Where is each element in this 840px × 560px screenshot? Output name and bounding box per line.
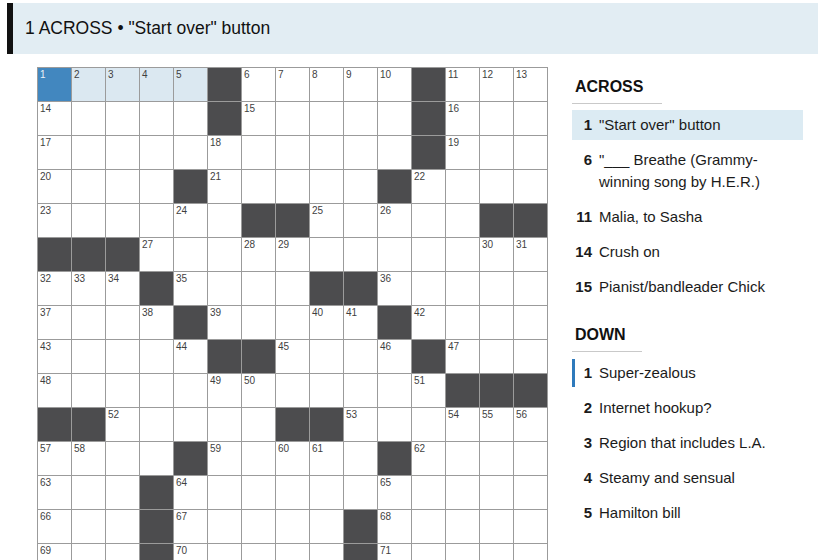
cell-number: 1 (40, 69, 46, 80)
cell-r12c3[interactable] (106, 442, 139, 475)
cell-r11c4[interactable] (140, 408, 173, 441)
cell-r5c9[interactable]: 25 (310, 204, 343, 237)
cell-number: 46 (380, 341, 391, 352)
cell-r4c9[interactable] (310, 170, 343, 203)
cell-r1c6-black (208, 68, 241, 101)
cell-r15c10-black (344, 544, 377, 560)
cell-r2c3[interactable] (106, 102, 139, 135)
cell-r8c3[interactable] (106, 306, 139, 339)
cell-r10c13-black (446, 374, 479, 407)
cell-r5c4[interactable] (140, 204, 173, 237)
cell-number: 25 (312, 205, 323, 216)
cell-r3c1[interactable]: 17 (38, 136, 71, 169)
cell-r13c7[interactable] (242, 476, 275, 509)
cell-r11c13[interactable]: 54 (446, 408, 479, 441)
cell-r15c9[interactable] (310, 544, 343, 560)
cell-r14c6[interactable] (208, 510, 241, 543)
cell-r1c2[interactable]: 2 (72, 68, 105, 101)
cell-r1c8[interactable]: 7 (276, 68, 309, 101)
cell-number: 30 (482, 239, 493, 250)
cell-r13c13[interactable] (446, 476, 479, 509)
cell-r5c6[interactable] (208, 204, 241, 237)
cell-number: 8 (312, 69, 318, 80)
cell-r9c12-black (412, 340, 445, 373)
cell-number: 33 (74, 273, 85, 284)
cell-r9c9[interactable] (310, 340, 343, 373)
cell-number: 18 (210, 137, 221, 148)
cell-r9c13[interactable]: 47 (446, 340, 479, 373)
down-clue-2[interactable]: 2Internet hookup? (572, 393, 803, 423)
cell-r8c5-black (174, 306, 207, 339)
across-clue-11[interactable]: 11Malia, to Sasha (572, 202, 803, 232)
cell-r5c2[interactable] (72, 204, 105, 237)
cell-number: 44 (176, 341, 187, 352)
cell-r13c8[interactable] (276, 476, 309, 509)
down-clue-5[interactable]: 5Hamilton bill (572, 498, 803, 528)
cell-r15c6[interactable] (208, 544, 241, 560)
cell-number: 47 (448, 341, 459, 352)
cell-r15c13[interactable] (446, 544, 479, 560)
cell-r8c15[interactable] (514, 306, 547, 339)
cell-r5c12[interactable] (412, 204, 445, 237)
cell-r3c4[interactable] (140, 136, 173, 169)
cell-number: 14 (40, 103, 51, 114)
cell-r5c14-black (480, 204, 513, 237)
cell-r7c11[interactable]: 36 (378, 272, 411, 305)
cell-r13c5[interactable]: 64 (174, 476, 207, 509)
cell-r14c9[interactable] (310, 510, 343, 543)
cell-r9c8[interactable]: 45 (276, 340, 309, 373)
cell-r2c1[interactable]: 14 (38, 102, 71, 135)
cell-r10c3[interactable] (106, 374, 139, 407)
cell-r1c4[interactable]: 4 (140, 68, 173, 101)
cell-r10c4[interactable] (140, 374, 173, 407)
cell-number: 58 (74, 443, 85, 454)
cell-r12c8[interactable]: 60 (276, 442, 309, 475)
cell-r9c7-black (242, 340, 275, 373)
cell-r13c3[interactable] (106, 476, 139, 509)
cell-r13c15[interactable] (514, 476, 547, 509)
cell-r2c10[interactable] (344, 102, 377, 135)
cell-r13c1[interactable]: 63 (38, 476, 71, 509)
cell-number: 31 (516, 239, 527, 250)
cell-r4c15[interactable] (514, 170, 547, 203)
cell-r7c9-black (310, 272, 343, 305)
cell-r8c8[interactable] (276, 306, 309, 339)
cell-r15c3[interactable] (106, 544, 139, 560)
cell-number: 38 (142, 307, 153, 318)
clue-number: 4 (572, 467, 592, 489)
cell-r3c13[interactable]: 19 (446, 136, 479, 169)
cell-r14c15[interactable] (514, 510, 547, 543)
down-clue-3[interactable]: 3Region that includes L.A. (572, 428, 803, 458)
cell-r14c7[interactable] (242, 510, 275, 543)
cell-r5c3[interactable] (106, 204, 139, 237)
cell-r7c5[interactable]: 35 (174, 272, 207, 305)
cell-r4c14[interactable] (480, 170, 513, 203)
cell-r15c1[interactable]: 69 (38, 544, 71, 560)
cell-r7c15[interactable] (514, 272, 547, 305)
cell-r1c7[interactable]: 6 (242, 68, 275, 101)
cell-number: 39 (210, 307, 221, 318)
cell-r3c8[interactable] (276, 136, 309, 169)
cell-r8c9[interactable]: 40 (310, 306, 343, 339)
cell-number: 12 (482, 69, 493, 80)
cell-number: 64 (176, 477, 187, 488)
across-clue-1[interactable]: 1"Start over" button (572, 110, 803, 140)
cell-r7c3[interactable]: 34 (106, 272, 139, 305)
cell-r15c7[interactable] (242, 544, 275, 560)
cell-number: 49 (210, 375, 221, 386)
cell-number: 35 (176, 273, 187, 284)
cell-r14c12[interactable] (412, 510, 445, 543)
cell-r15c15[interactable] (514, 544, 547, 560)
cell-r6c14[interactable]: 30 (480, 238, 513, 271)
cell-r10c5[interactable] (174, 374, 207, 407)
cell-r3c7[interactable] (242, 136, 275, 169)
cell-r5c1[interactable]: 23 (38, 204, 71, 237)
cell-r7c14[interactable] (480, 272, 513, 305)
cell-r10c11[interactable] (378, 374, 411, 407)
cell-r10c7[interactable]: 50 (242, 374, 275, 407)
cell-r3c12-black (412, 136, 445, 169)
cell-r7c7[interactable] (242, 272, 275, 305)
cell-r6c12[interactable] (412, 238, 445, 271)
cell-r13c12[interactable] (412, 476, 445, 509)
cell-r12c1[interactable]: 57 (38, 442, 71, 475)
cell-r15c14[interactable] (480, 544, 513, 560)
cell-r8c6[interactable]: 39 (208, 306, 241, 339)
across-clue-list: 1"Start over" button6"___ Breathe (Gramm… (572, 110, 812, 302)
cell-r8c13[interactable] (446, 306, 479, 339)
cell-r7c2[interactable]: 33 (72, 272, 105, 305)
cell-r12c15[interactable] (514, 442, 547, 475)
cell-r7c4-black (140, 272, 173, 305)
cell-r6c10[interactable] (344, 238, 377, 271)
cell-number: 19 (448, 137, 459, 148)
cell-r2c4[interactable] (140, 102, 173, 135)
cell-r15c5[interactable]: 70 (174, 544, 207, 560)
cell-number: 4 (142, 69, 148, 80)
cell-r2c7[interactable]: 15 (242, 102, 275, 135)
cell-number: 43 (40, 341, 51, 352)
cell-r6c4[interactable]: 27 (140, 238, 173, 271)
cell-r6c11[interactable] (378, 238, 411, 271)
cell-r4c8[interactable] (276, 170, 309, 203)
cell-r13c2[interactable] (72, 476, 105, 509)
cell-number: 57 (40, 443, 51, 454)
clue-text: Pianist/bandleader Chick (599, 276, 765, 298)
cell-r14c14[interactable] (480, 510, 513, 543)
cell-number: 5 (176, 69, 182, 80)
cell-r14c5[interactable]: 67 (174, 510, 207, 543)
cell-r11c5[interactable] (174, 408, 207, 441)
cell-r1c11[interactable]: 10 (378, 68, 411, 101)
cell-r11c6[interactable] (208, 408, 241, 441)
cell-number: 42 (414, 307, 425, 318)
cell-r11c12[interactable] (412, 408, 445, 441)
cell-r3c15[interactable] (514, 136, 547, 169)
cell-r14c3[interactable] (106, 510, 139, 543)
cell-r8c7[interactable] (242, 306, 275, 339)
cell-r4c12[interactable]: 22 (412, 170, 445, 203)
clue-number: 5 (572, 502, 592, 524)
cell-r3c6[interactable]: 18 (208, 136, 241, 169)
cell-r14c4-black (140, 510, 173, 543)
cell-r9c10[interactable] (344, 340, 377, 373)
cell-r13c4-black (140, 476, 173, 509)
cell-r5c11[interactable]: 26 (378, 204, 411, 237)
cell-r13c11[interactable]: 65 (378, 476, 411, 509)
cell-r8c2[interactable] (72, 306, 105, 339)
cell-r14c13[interactable] (446, 510, 479, 543)
cell-r11c9-black (310, 408, 343, 441)
cell-r6c15[interactable]: 31 (514, 238, 547, 271)
cell-r12c14[interactable] (480, 442, 513, 475)
cell-r13c9[interactable] (310, 476, 343, 509)
cell-r4c6[interactable]: 21 (208, 170, 241, 203)
cell-r1c3[interactable]: 3 (106, 68, 139, 101)
cell-r2c14[interactable] (480, 102, 513, 135)
cell-r6c7[interactable]: 28 (242, 238, 275, 271)
cell-number: 11 (448, 69, 458, 80)
cell-r1c14[interactable]: 12 (480, 68, 513, 101)
cell-number: 59 (210, 443, 221, 454)
cell-r4c11-black (378, 170, 411, 203)
cell-r5c5[interactable]: 24 (174, 204, 207, 237)
cell-r6c13[interactable] (446, 238, 479, 271)
cell-r12c13[interactable] (446, 442, 479, 475)
cell-r12c10[interactable] (344, 442, 377, 475)
clue-text: "Start over" button (599, 114, 721, 136)
cell-r2c12-black (412, 102, 445, 135)
cell-r13c10[interactable] (344, 476, 377, 509)
clue-number: 1 (572, 114, 592, 136)
cell-r6c6[interactable] (208, 238, 241, 271)
cell-r6c9[interactable] (310, 238, 343, 271)
cell-r15c11[interactable]: 71 (378, 544, 411, 560)
cell-r11c3[interactable]: 52 (106, 408, 139, 441)
cell-r11c10[interactable]: 53 (344, 408, 377, 441)
cell-r1c10[interactable]: 9 (344, 68, 377, 101)
clue-text: Internet hookup? (599, 397, 712, 419)
cell-r4c7[interactable] (242, 170, 275, 203)
cell-r14c10-black (344, 510, 377, 543)
clue-text: Crush on (599, 241, 660, 263)
cell-number: 26 (380, 205, 391, 216)
cell-number: 3 (108, 69, 114, 80)
cell-r9c2[interactable] (72, 340, 105, 373)
cell-r15c8[interactable] (276, 544, 309, 560)
cell-r11c8-black (276, 408, 309, 441)
cell-number: 61 (312, 443, 323, 454)
cell-r10c8[interactable] (276, 374, 309, 407)
cell-r4c4[interactable] (140, 170, 173, 203)
cell-r10c2[interactable] (72, 374, 105, 407)
cell-number: 15 (244, 103, 255, 114)
cell-r6c8[interactable]: 29 (276, 238, 309, 271)
cell-r4c3[interactable] (106, 170, 139, 203)
cell-r3c3[interactable] (106, 136, 139, 169)
cell-r4c5-black (174, 170, 207, 203)
cell-r5c10[interactable] (344, 204, 377, 237)
cell-r12c12[interactable]: 62 (412, 442, 445, 475)
cell-r1c9[interactable]: 8 (310, 68, 343, 101)
cell-r10c9[interactable] (310, 374, 343, 407)
cell-r10c6[interactable]: 49 (208, 374, 241, 407)
across-clue-15[interactable]: 15Pianist/bandleader Chick (572, 272, 803, 302)
cell-r7c12[interactable] (412, 272, 445, 305)
cell-number: 6 (244, 69, 250, 80)
cell-r10c10[interactable] (344, 374, 377, 407)
cell-number: 50 (244, 375, 255, 386)
cell-r2c6-black (208, 102, 241, 135)
clue-number: 14 (572, 241, 592, 263)
cell-r9c11[interactable]: 46 (378, 340, 411, 373)
cell-r7c8[interactable] (276, 272, 309, 305)
cell-number: 10 (380, 69, 391, 80)
cell-number: 34 (108, 273, 119, 284)
cell-r15c12[interactable] (412, 544, 445, 560)
cell-r2c5[interactable] (174, 102, 207, 135)
cell-r10c12[interactable]: 51 (412, 374, 445, 407)
clue-number: 1 (572, 362, 592, 384)
cell-r4c1[interactable]: 20 (38, 170, 71, 203)
clue-text: "___ Breathe (Grammy-winning song by H.E… (599, 149, 771, 193)
cell-r2c13[interactable]: 16 (446, 102, 479, 135)
cell-r7c1[interactable]: 32 (38, 272, 71, 305)
cell-r8c4[interactable]: 38 (140, 306, 173, 339)
current-clue-text: 1 ACROSS • "Start over" button (25, 18, 270, 39)
cell-r8c12[interactable]: 42 (412, 306, 445, 339)
cell-number: 68 (380, 511, 391, 522)
cell-r1c1[interactable]: 1 (38, 68, 71, 101)
cell-r9c5[interactable]: 44 (174, 340, 207, 373)
cell-r4c13[interactable] (446, 170, 479, 203)
cell-r6c2-black (72, 238, 105, 271)
cell-r9c15[interactable] (514, 340, 547, 373)
current-clue-bar[interactable]: 1 ACROSS • "Start over" button (7, 3, 818, 54)
cell-r12c4[interactable] (140, 442, 173, 475)
clue-text: Malia, to Sasha (599, 206, 702, 228)
cell-r3c5[interactable] (174, 136, 207, 169)
cell-r8c1[interactable]: 37 (38, 306, 71, 339)
cell-r1c12-black (412, 68, 445, 101)
cell-number: 71 (380, 545, 391, 556)
cell-number: 48 (40, 375, 51, 386)
cell-r8c14[interactable] (480, 306, 513, 339)
cell-r3c10[interactable] (344, 136, 377, 169)
cell-r12c7[interactable] (242, 442, 275, 475)
cell-r12c11-black (378, 442, 411, 475)
cell-r8c10[interactable]: 41 (344, 306, 377, 339)
down-section-title: DOWN (575, 326, 812, 344)
cell-r12c9[interactable]: 61 (310, 442, 343, 475)
cell-r15c2[interactable] (72, 544, 105, 560)
down-clue-1[interactable]: 1Super-zealous (572, 358, 803, 388)
cell-r2c9[interactable] (310, 102, 343, 135)
cell-r1c15[interactable]: 13 (514, 68, 547, 101)
across-clue-14[interactable]: 14Crush on (572, 237, 803, 267)
cell-number: 9 (346, 69, 352, 80)
cell-number: 17 (40, 137, 51, 148)
cell-r5c13[interactable] (446, 204, 479, 237)
cell-r9c4[interactable] (140, 340, 173, 373)
clues-panel: ACROSS 1"Start over" button6"___ Breathe… (572, 67, 812, 533)
cell-r11c7[interactable] (242, 408, 275, 441)
cell-r12c2[interactable]: 58 (72, 442, 105, 475)
cell-r9c6-black (208, 340, 241, 373)
cell-r6c1-black (38, 238, 71, 271)
cell-r2c8[interactable] (276, 102, 309, 135)
down-divider (572, 351, 642, 352)
cell-r13c6[interactable] (208, 476, 241, 509)
cell-number: 65 (380, 477, 391, 488)
cell-r4c10[interactable] (344, 170, 377, 203)
across-clue-6[interactable]: 6"___ Breathe (Grammy-winning song by H.… (572, 145, 803, 197)
cell-r4c2[interactable] (72, 170, 105, 203)
cell-r14c2[interactable] (72, 510, 105, 543)
cell-r6c5[interactable] (174, 238, 207, 271)
cell-r11c11[interactable] (378, 408, 411, 441)
clue-number: 3 (572, 432, 592, 454)
down-clue-4[interactable]: 4Steamy and sensual (572, 463, 803, 493)
cell-r3c11[interactable] (378, 136, 411, 169)
cell-number: 40 (312, 307, 323, 318)
cell-r14c8[interactable] (276, 510, 309, 543)
clue-number: 11 (572, 206, 592, 228)
cell-number: 36 (380, 273, 391, 284)
cell-r12c6[interactable]: 59 (208, 442, 241, 475)
clue-text: Steamy and sensual (599, 467, 735, 489)
cell-number: 55 (482, 409, 493, 420)
cell-r9c14[interactable] (480, 340, 513, 373)
cell-r10c1[interactable]: 48 (38, 374, 71, 407)
cell-number: 63 (40, 477, 51, 488)
clue-number: 15 (572, 276, 592, 298)
cell-r9c3[interactable] (106, 340, 139, 373)
cell-r11c14[interactable]: 55 (480, 408, 513, 441)
cell-number: 62 (414, 443, 425, 454)
cell-r13c14[interactable] (480, 476, 513, 509)
cell-r5c8-black (276, 204, 309, 237)
cell-r7c13[interactable] (446, 272, 479, 305)
cell-r11c1-black (38, 408, 71, 441)
clue-text: Hamilton bill (599, 502, 681, 524)
cell-number: 69 (40, 545, 51, 556)
cell-r3c14[interactable] (480, 136, 513, 169)
cell-r14c1[interactable]: 66 (38, 510, 71, 543)
cell-r6c3-black (106, 238, 139, 271)
cell-r9c1[interactable]: 43 (38, 340, 71, 373)
cell-number: 13 (516, 69, 527, 80)
cell-r2c2[interactable] (72, 102, 105, 135)
cell-r2c11[interactable] (378, 102, 411, 135)
cell-r3c9[interactable] (310, 136, 343, 169)
crossword-grid[interactable]: 1234567891011121314151617181920212223242… (37, 67, 548, 560)
clue-text: Region that includes L.A. (599, 432, 766, 454)
cell-r1c13[interactable]: 11 (446, 68, 479, 101)
cell-r2c15[interactable] (514, 102, 547, 135)
cell-r1c5[interactable]: 5 (174, 68, 207, 101)
cell-r11c15[interactable]: 56 (514, 408, 547, 441)
cell-number: 37 (40, 307, 51, 318)
cell-r14c11[interactable]: 68 (378, 510, 411, 543)
cell-r3c2[interactable] (72, 136, 105, 169)
cell-r7c6[interactable] (208, 272, 241, 305)
cell-number: 32 (40, 273, 51, 284)
cell-r15c4-black (140, 544, 173, 560)
